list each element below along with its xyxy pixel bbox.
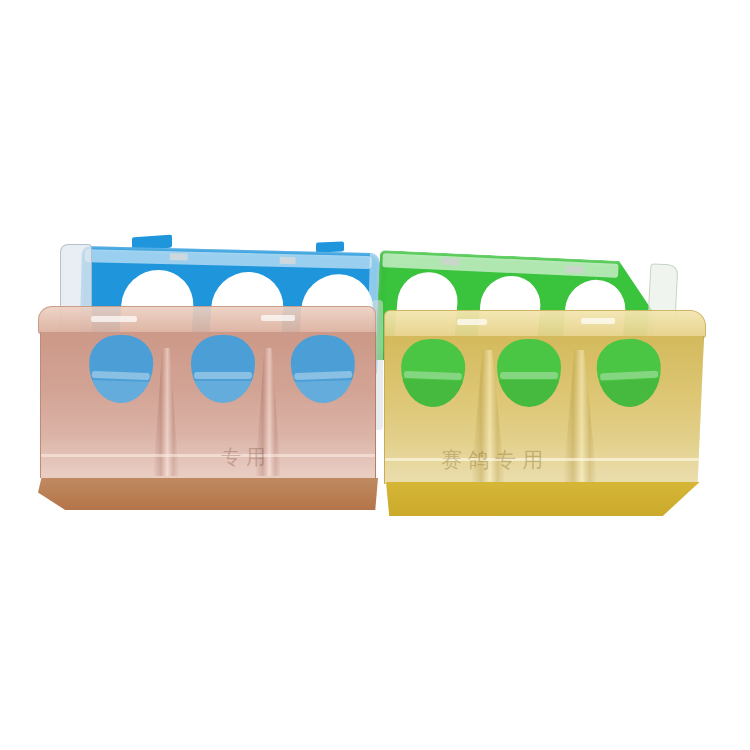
product-photo: 专用 赛鸽专用	[0, 0, 750, 750]
feeder-yellow-lid-clip	[457, 319, 487, 325]
seam-line	[92, 371, 150, 380]
feeder-pink-body: 专用	[40, 332, 376, 478]
feeder-blue-lid-clip	[280, 257, 296, 264]
feeder-pink-lid-clip	[91, 316, 137, 322]
seam-line	[294, 371, 352, 380]
feeder-yellow-watermark-text: 赛鸽专用	[441, 446, 549, 474]
feeder-pink-watermark-text: 专用	[221, 444, 271, 471]
seam-line	[194, 372, 252, 379]
feeder-green-lid-clip	[565, 265, 583, 273]
feeder-blue-lid-clip	[170, 253, 188, 260]
feeder-yellow-lid-clip	[581, 318, 615, 324]
feeder-pink-base-tray	[38, 478, 378, 510]
feeder-yellow-clear-lid	[384, 310, 706, 338]
feeder-blue-clear-lid-strip	[85, 249, 372, 269]
feeder-yellow-base-tray	[386, 482, 706, 516]
feeder-pink: 专用	[38, 306, 378, 518]
feeder-green-lid-clip	[441, 258, 459, 266]
feeder-pink-clear-lid	[38, 306, 376, 334]
feeder-pink-horizontal-seam	[41, 454, 375, 457]
feeder-yellow: 赛鸽专用	[384, 310, 710, 520]
feeder-yellow-body: 赛鸽专用	[384, 336, 704, 484]
feeder-pink-lid-clip	[261, 315, 295, 321]
seam-line	[500, 372, 558, 379]
